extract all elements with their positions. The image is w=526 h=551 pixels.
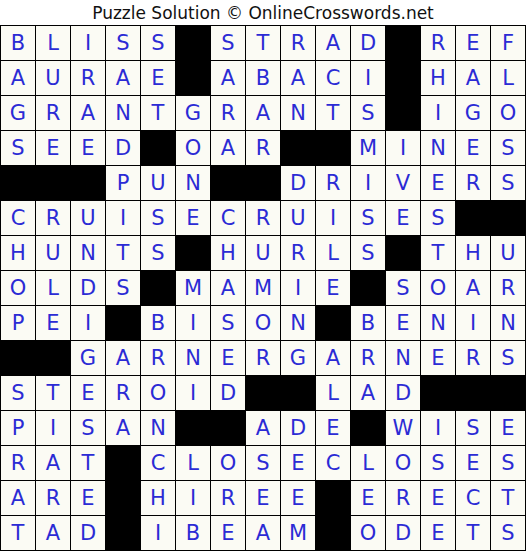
letter-cell: H (211, 236, 246, 271)
letter-cell: I (386, 131, 421, 166)
letter-cell: A (456, 61, 491, 96)
letter-cell: R (211, 96, 246, 131)
letter-cell: A (36, 516, 71, 551)
letter-cell: E (316, 411, 351, 446)
letter-cell: E (456, 131, 491, 166)
letter-cell: R (246, 131, 281, 166)
letter-cell: I (176, 376, 211, 411)
block-cell (141, 271, 176, 306)
letter-cell: T (106, 236, 141, 271)
letter-cell: M (246, 271, 281, 306)
letter-cell: B (141, 306, 176, 341)
letter-cell: D (281, 166, 316, 201)
letter-cell: S (211, 306, 246, 341)
letter-cell: N (491, 306, 526, 341)
letter-cell: B (176, 516, 211, 551)
letter-cell: S (456, 411, 491, 446)
letter-cell: T (246, 26, 281, 61)
letter-cell: E (456, 26, 491, 61)
letter-cell: S (246, 446, 281, 481)
letter-cell: H (141, 481, 176, 516)
letter-cell: B (351, 306, 386, 341)
letter-cell: R (1, 446, 36, 481)
letter-cell: T (491, 481, 526, 516)
letter-cell: S (1, 376, 36, 411)
letter-cell: R (456, 166, 491, 201)
block-cell (281, 131, 316, 166)
letter-cell: A (211, 131, 246, 166)
letter-cell: T (36, 376, 71, 411)
letter-cell: C (316, 446, 351, 481)
letter-cell: U (36, 61, 71, 96)
letter-cell: O (351, 516, 386, 551)
letter-cell: R (36, 201, 71, 236)
letter-cell: O (176, 131, 211, 166)
letter-cell: G (71, 341, 106, 376)
letter-cell: I (106, 201, 141, 236)
letter-cell: S (351, 201, 386, 236)
letter-cell: S (421, 201, 456, 236)
letter-cell: R (281, 26, 316, 61)
letter-cell: S (1, 131, 36, 166)
letter-cell: A (71, 96, 106, 131)
block-cell (421, 376, 456, 411)
letter-cell: T (456, 516, 491, 551)
letter-cell: G (456, 96, 491, 131)
letter-cell: C (316, 61, 351, 96)
letter-cell: C (456, 481, 491, 516)
letter-cell: R (36, 481, 71, 516)
block-cell (106, 516, 141, 551)
block-cell (316, 516, 351, 551)
letter-cell: R (281, 236, 316, 271)
letter-cell: D (211, 376, 246, 411)
block-cell (106, 481, 141, 516)
letter-cell: E (281, 481, 316, 516)
letter-cell: O (421, 271, 456, 306)
block-cell (176, 61, 211, 96)
letter-cell: U (281, 201, 316, 236)
letter-cell: N (176, 341, 211, 376)
letter-cell: O (141, 376, 176, 411)
block-cell (176, 26, 211, 61)
letter-cell: E (456, 446, 491, 481)
letter-cell: E (421, 341, 456, 376)
letter-cell: A (106, 341, 141, 376)
letter-cell: N (71, 236, 106, 271)
letter-cell: A (316, 341, 351, 376)
letter-cell: S (421, 446, 456, 481)
block-cell (176, 411, 211, 446)
block-cell (386, 26, 421, 61)
letter-cell: T (421, 236, 456, 271)
letter-cell: E (421, 516, 456, 551)
letter-cell: E (141, 61, 176, 96)
letter-cell: N (386, 341, 421, 376)
block-cell (491, 376, 526, 411)
letter-cell: D (386, 376, 421, 411)
letter-cell: R (246, 201, 281, 236)
letter-cell: P (1, 306, 36, 341)
letter-cell: G (1, 96, 36, 131)
letter-cell: B (246, 61, 281, 96)
page-title: Puzzle Solution © OnlineCrosswords.net (0, 0, 526, 25)
letter-cell: F (491, 26, 526, 61)
block-cell (106, 306, 141, 341)
letter-cell: I (36, 411, 71, 446)
block-cell (386, 96, 421, 131)
letter-cell: P (1, 411, 36, 446)
block-cell (1, 341, 36, 376)
letter-cell: H (421, 61, 456, 96)
letter-cell: E (211, 516, 246, 551)
letter-cell: I (351, 166, 386, 201)
letter-cell: O (386, 446, 421, 481)
letter-cell: R (316, 166, 351, 201)
block-cell (71, 166, 106, 201)
letter-cell: E (421, 481, 456, 516)
letter-cell: I (281, 271, 316, 306)
letter-cell: R (106, 376, 141, 411)
letter-cell: E (71, 376, 106, 411)
block-cell (106, 446, 141, 481)
letter-cell: M (281, 516, 316, 551)
letter-cell: R (246, 341, 281, 376)
letter-cell: H (456, 236, 491, 271)
letter-cell: R (386, 481, 421, 516)
block-cell (351, 271, 386, 306)
letter-cell: E (351, 481, 386, 516)
block-cell (316, 131, 351, 166)
letter-cell: S (351, 236, 386, 271)
letter-cell: L (176, 446, 211, 481)
letter-cell: L (36, 26, 71, 61)
letter-cell: S (141, 26, 176, 61)
letter-cell: I (71, 26, 106, 61)
letter-cell: S (141, 236, 176, 271)
letter-cell: N (141, 411, 176, 446)
letter-cell: I (71, 306, 106, 341)
letter-cell: S (211, 26, 246, 61)
letter-cell: S (106, 26, 141, 61)
letter-cell: D (386, 516, 421, 551)
letter-cell: T (71, 446, 106, 481)
letter-cell: D (281, 411, 316, 446)
letter-cell: S (106, 271, 141, 306)
letter-cell: A (211, 271, 246, 306)
letter-cell: A (246, 516, 281, 551)
letter-cell: R (71, 61, 106, 96)
letter-cell: O (246, 306, 281, 341)
letter-cell: N (106, 96, 141, 131)
block-cell (281, 376, 316, 411)
block-cell (36, 341, 71, 376)
letter-cell: E (71, 481, 106, 516)
letter-cell: R (421, 26, 456, 61)
letter-cell: D (351, 26, 386, 61)
letter-cell: I (421, 96, 456, 131)
letter-cell: C (1, 201, 36, 236)
block-cell (316, 481, 351, 516)
block-cell (316, 306, 351, 341)
letter-cell: I (176, 306, 211, 341)
letter-cell: M (351, 131, 386, 166)
letter-cell: H (1, 236, 36, 271)
letter-cell: R (211, 481, 246, 516)
crossword-grid: BLISSSTRADREFAURAEABACIHALGRANTGRANTSIGO… (0, 25, 526, 551)
block-cell (36, 166, 71, 201)
letter-cell: I (456, 306, 491, 341)
letter-cell: R (491, 271, 526, 306)
letter-cell: U (246, 236, 281, 271)
letter-cell: A (456, 271, 491, 306)
letter-cell: I (421, 411, 456, 446)
letter-cell: E (246, 481, 281, 516)
letter-cell: V (386, 166, 421, 201)
letter-cell: R (351, 341, 386, 376)
block-cell (211, 411, 246, 446)
letter-cell: D (106, 131, 141, 166)
block-cell (351, 411, 386, 446)
letter-cell: T (316, 96, 351, 131)
letter-cell: S (351, 96, 386, 131)
block-cell (246, 166, 281, 201)
letter-cell: T (1, 516, 36, 551)
letter-cell: I (141, 516, 176, 551)
block-cell (1, 166, 36, 201)
letter-cell: E (36, 306, 71, 341)
letter-cell: O (491, 96, 526, 131)
block-cell (456, 376, 491, 411)
letter-cell: G (176, 96, 211, 131)
letter-cell: A (211, 61, 246, 96)
letter-cell: N (281, 96, 316, 131)
letter-cell: S (386, 271, 421, 306)
letter-cell: N (176, 166, 211, 201)
letter-cell: E (421, 166, 456, 201)
block-cell (141, 131, 176, 166)
letter-cell: S (491, 516, 526, 551)
letter-cell: E (176, 201, 211, 236)
letter-cell: A (281, 61, 316, 96)
letter-cell: A (1, 481, 36, 516)
letter-cell: I (316, 201, 351, 236)
letter-cell: I (351, 61, 386, 96)
letter-cell: U (71, 201, 106, 236)
letter-cell: S (491, 446, 526, 481)
letter-cell: I (176, 481, 211, 516)
letter-cell: S (491, 131, 526, 166)
letter-cell: A (351, 376, 386, 411)
letter-cell: O (211, 446, 246, 481)
block-cell (211, 166, 246, 201)
letter-cell: L (316, 376, 351, 411)
letter-cell: R (141, 341, 176, 376)
letter-cell: M (176, 271, 211, 306)
letter-cell: C (211, 201, 246, 236)
letter-cell: D (71, 516, 106, 551)
letter-cell: U (141, 166, 176, 201)
letter-cell: E (281, 446, 316, 481)
block-cell (386, 61, 421, 96)
block-cell (386, 236, 421, 271)
block-cell (246, 376, 281, 411)
letter-cell: S (71, 411, 106, 446)
letter-cell: L (316, 236, 351, 271)
letter-cell: U (491, 236, 526, 271)
letter-cell: E (491, 411, 526, 446)
letter-cell: N (421, 131, 456, 166)
letter-cell: A (106, 411, 141, 446)
letter-cell: D (71, 271, 106, 306)
letter-cell: E (36, 131, 71, 166)
letter-cell: C (141, 446, 176, 481)
letter-cell: N (281, 306, 316, 341)
letter-cell: N (421, 306, 456, 341)
letter-cell: U (36, 236, 71, 271)
letter-cell: S (141, 201, 176, 236)
letter-cell: T (141, 96, 176, 131)
letter-cell: A (246, 96, 281, 131)
letter-cell: E (386, 306, 421, 341)
block-cell (491, 201, 526, 236)
letter-cell: A (106, 61, 141, 96)
letter-cell: G (281, 341, 316, 376)
letter-cell: L (351, 446, 386, 481)
letter-cell: L (491, 61, 526, 96)
block-cell (176, 236, 211, 271)
letter-cell: R (456, 341, 491, 376)
letter-cell: S (491, 166, 526, 201)
letter-cell: P (106, 166, 141, 201)
puzzle-solution-page: Puzzle Solution © OnlineCrosswords.net B… (0, 0, 526, 551)
letter-cell: R (36, 96, 71, 131)
letter-cell: A (246, 411, 281, 446)
letter-cell: E (71, 131, 106, 166)
block-cell (456, 201, 491, 236)
letter-cell: E (316, 271, 351, 306)
letter-cell: W (386, 411, 421, 446)
letter-cell: A (316, 26, 351, 61)
letter-cell: A (1, 61, 36, 96)
letter-cell: O (1, 271, 36, 306)
letter-cell: E (386, 201, 421, 236)
letter-cell: E (211, 341, 246, 376)
letter-cell: L (36, 271, 71, 306)
letter-cell: B (1, 26, 36, 61)
letter-cell: S (491, 341, 526, 376)
letter-cell: A (36, 446, 71, 481)
